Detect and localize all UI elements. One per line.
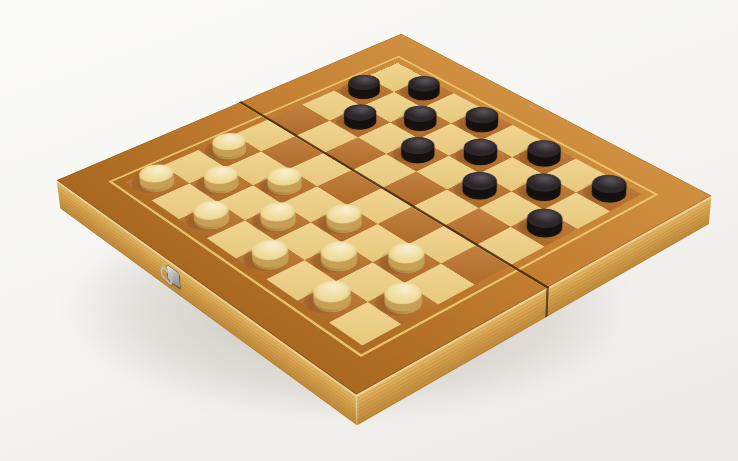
white-checker-piece[interactable] [253,208,302,235]
perspective-wrapper [0,0,738,461]
dark-square[interactable] [189,167,253,202]
fold-gap [545,287,548,318]
board-top-surface [57,34,712,395]
white-checker-piece[interactable] [187,206,236,233]
white-checker-piece[interactable] [207,139,253,163]
checkers-board [57,34,712,395]
white-checker-piece[interactable] [245,245,296,274]
photo-scene [0,0,738,461]
white-checker-piece[interactable] [261,173,309,199]
